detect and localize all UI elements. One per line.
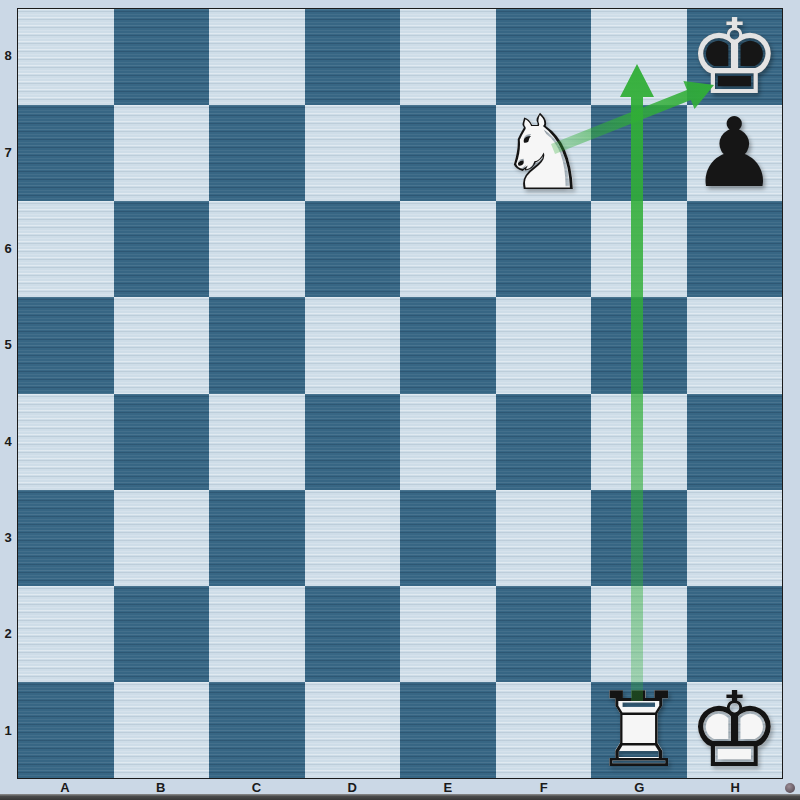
square-c5[interactable]: [209, 297, 305, 393]
white-knight-outline-icon: ♘: [496, 105, 592, 201]
square-d3[interactable]: [305, 490, 401, 586]
square-c1[interactable]: [209, 682, 305, 778]
square-b2[interactable]: [114, 586, 210, 682]
square-a2[interactable]: [18, 586, 114, 682]
square-f6[interactable]: [496, 201, 592, 297]
piece-black-pawn[interactable]: ♟: [687, 105, 783, 201]
piece-white-king[interactable]: ♚♔: [687, 682, 783, 778]
square-b3[interactable]: [114, 490, 210, 586]
piece-white-knight[interactable]: ♞♘: [496, 105, 592, 201]
square-e6[interactable]: [400, 201, 496, 297]
square-b4[interactable]: [114, 394, 210, 490]
square-d4[interactable]: [305, 394, 401, 490]
black-king-outline-icon: ♔: [687, 9, 783, 105]
rank-label-4: 4: [0, 434, 16, 449]
square-c2[interactable]: [209, 586, 305, 682]
square-g2[interactable]: [591, 586, 687, 682]
square-c8[interactable]: [209, 9, 305, 105]
piece-white-rook[interactable]: ♜♖: [591, 682, 687, 778]
file-label-e: E: [428, 780, 468, 795]
square-a7[interactable]: [18, 105, 114, 201]
square-g7[interactable]: [591, 105, 687, 201]
square-h3[interactable]: [687, 490, 783, 586]
square-c6[interactable]: [209, 201, 305, 297]
square-d8[interactable]: [305, 9, 401, 105]
square-e1[interactable]: [400, 682, 496, 778]
rank-label-1: 1: [0, 723, 16, 738]
square-a1[interactable]: [18, 682, 114, 778]
square-d7[interactable]: [305, 105, 401, 201]
square-e7[interactable]: [400, 105, 496, 201]
square-b6[interactable]: [114, 201, 210, 297]
square-a5[interactable]: [18, 297, 114, 393]
square-h1[interactable]: ♚♔: [687, 682, 783, 778]
square-h4[interactable]: [687, 394, 783, 490]
square-f2[interactable]: [496, 586, 592, 682]
white-rook-outline-icon: ♖: [591, 682, 687, 778]
square-b7[interactable]: [114, 105, 210, 201]
square-f4[interactable]: [496, 394, 592, 490]
square-g8[interactable]: [591, 9, 687, 105]
square-e3[interactable]: [400, 490, 496, 586]
rank-label-6: 6: [0, 241, 16, 256]
file-label-f: F: [524, 780, 564, 795]
chess-board: ♚♔♞♘♟♜♖♚♔: [17, 8, 783, 779]
square-a8[interactable]: [18, 9, 114, 105]
square-h6[interactable]: [687, 201, 783, 297]
square-g6[interactable]: [591, 201, 687, 297]
square-h5[interactable]: [687, 297, 783, 393]
square-d2[interactable]: [305, 586, 401, 682]
square-a6[interactable]: [18, 201, 114, 297]
square-f1[interactable]: [496, 682, 592, 778]
rank-label-8: 8: [0, 48, 16, 63]
square-h7[interactable]: ♟: [687, 105, 783, 201]
resize-handle-icon[interactable]: [785, 783, 795, 793]
square-d1[interactable]: [305, 682, 401, 778]
square-d6[interactable]: [305, 201, 401, 297]
square-e4[interactable]: [400, 394, 496, 490]
square-b8[interactable]: [114, 9, 210, 105]
file-label-d: D: [332, 780, 372, 795]
square-b5[interactable]: [114, 297, 210, 393]
square-g5[interactable]: [591, 297, 687, 393]
window-statusbar: [0, 794, 800, 800]
square-h2[interactable]: [687, 586, 783, 682]
square-g3[interactable]: [591, 490, 687, 586]
square-c3[interactable]: [209, 490, 305, 586]
square-f8[interactable]: [496, 9, 592, 105]
square-c7[interactable]: [209, 105, 305, 201]
square-e5[interactable]: [400, 297, 496, 393]
file-label-c: C: [236, 780, 276, 795]
file-label-b: B: [141, 780, 181, 795]
piece-black-king[interactable]: ♚♔: [687, 9, 783, 105]
rank-label-2: 2: [0, 626, 16, 641]
square-f5[interactable]: [496, 297, 592, 393]
square-e8[interactable]: [400, 9, 496, 105]
square-a3[interactable]: [18, 490, 114, 586]
square-g1[interactable]: ♜♖: [591, 682, 687, 778]
rank-label-7: 7: [0, 145, 16, 160]
rank-label-3: 3: [0, 530, 16, 545]
square-b1[interactable]: [114, 682, 210, 778]
square-d5[interactable]: [305, 297, 401, 393]
square-g4[interactable]: [591, 394, 687, 490]
square-a4[interactable]: [18, 394, 114, 490]
square-h8[interactable]: ♚♔: [687, 9, 783, 105]
chess-app-window: ♚♔♞♘♟♜♖♚♔ 87654321ABCDEFGH: [0, 0, 800, 800]
square-f7[interactable]: ♞♘: [496, 105, 592, 201]
white-king-outline-icon: ♔: [687, 682, 783, 778]
square-f3[interactable]: [496, 490, 592, 586]
file-label-a: A: [45, 780, 85, 795]
black-pawn-icon: ♟: [687, 105, 783, 201]
square-c4[interactable]: [209, 394, 305, 490]
square-e2[interactable]: [400, 586, 496, 682]
rank-label-5: 5: [0, 337, 16, 352]
